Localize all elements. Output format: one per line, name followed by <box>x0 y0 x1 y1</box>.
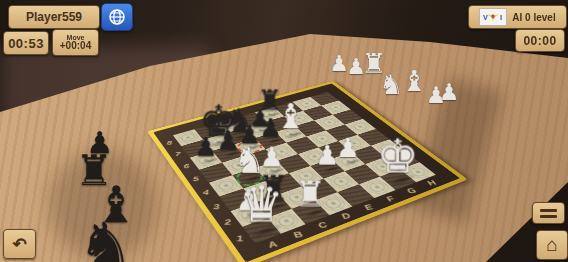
white-clock: 00:53 <box>3 31 49 55</box>
svg-text:I: I <box>500 14 502 21</box>
black-time: 00:00 <box>523 34 556 48</box>
home-button[interactable]: ⌂ <box>536 230 568 260</box>
piece-white-king-g1[interactable]: ♚ <box>355 133 440 180</box>
usvi-flag: V I <box>479 8 507 26</box>
move-increment-panel: Move +00:04 <box>52 29 99 56</box>
menu-icon <box>540 209 557 212</box>
globe-button[interactable] <box>101 3 133 31</box>
globe-icon <box>108 8 126 26</box>
player-name: Player559 <box>26 10 82 24</box>
opponent-panel: V I AI 0 level <box>468 5 567 29</box>
undo-button[interactable]: ↶ <box>3 229 36 259</box>
undo-icon: ↶ <box>12 234 26 255</box>
menu-button[interactable] <box>532 202 565 224</box>
game-screen: ♜♚♞♟♟♟♟♟♝♞♟♟♟♟♜♛♜♚ ABCDEFGH12345678 ♟♟♜♞… <box>0 0 568 262</box>
player-name-panel: Player559 <box>8 5 100 29</box>
svg-text:V: V <box>483 14 488 21</box>
home-icon: ⌂ <box>546 234 557 256</box>
ai-level-label: AI 0 level <box>512 12 555 23</box>
captured-white-piece: ♟ <box>404 81 494 104</box>
captured-black-piece: ♞ <box>61 214 151 262</box>
move-increment: +00:04 <box>60 41 91 51</box>
black-clock: 00:00 <box>515 29 565 52</box>
white-time: 00:53 <box>8 36 44 51</box>
piece-white-queen-a1[interactable]: ♛ <box>214 180 309 230</box>
